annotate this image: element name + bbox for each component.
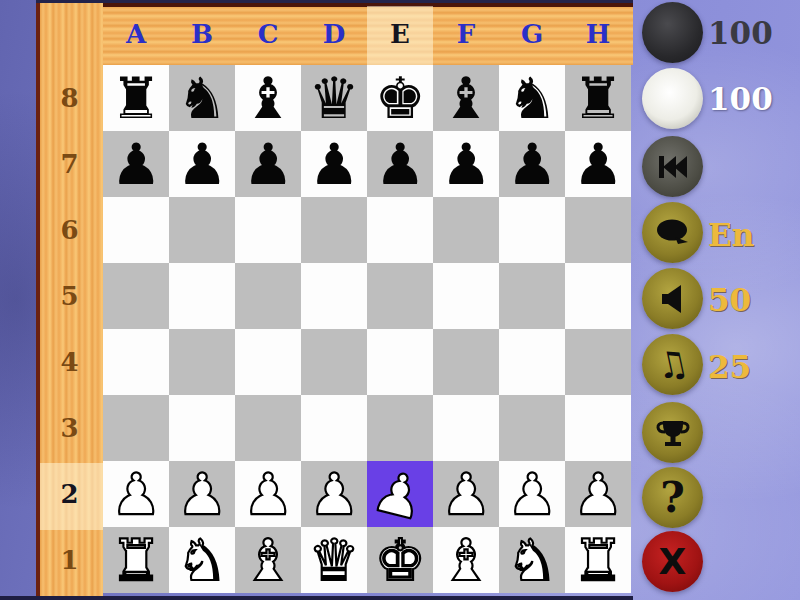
square-f7[interactable]: ♟ (433, 131, 499, 197)
piece-br-h8[interactable]: ♜ (572, 65, 623, 131)
piece-wq-d1[interactable]: ♛ (308, 527, 359, 593)
rank-label-8: 8 (36, 65, 103, 131)
square-a8[interactable]: ♜ (103, 65, 169, 131)
square-b2[interactable]: ♟ (169, 461, 235, 527)
square-h5[interactable] (565, 263, 631, 329)
rewind-icon (653, 147, 693, 187)
piece-wb-f1[interactable]: ♝ (440, 527, 491, 593)
square-a1[interactable]: ♜ (103, 527, 169, 593)
piece-wb-c1[interactable]: ♝ (242, 527, 293, 593)
square-f6[interactable] (433, 197, 499, 263)
file-label-b: B (169, 3, 235, 65)
music-button[interactable]: ♫ (642, 334, 703, 395)
trophy-icon (652, 412, 694, 454)
square-g2[interactable]: ♟ (499, 461, 565, 527)
square-a3[interactable] (103, 395, 169, 461)
square-h8[interactable]: ♜ (565, 65, 631, 131)
white-player-button[interactable] (642, 68, 703, 129)
speaker-icon (653, 279, 693, 319)
language-button[interactable] (642, 202, 703, 263)
music-volume-label: 25 (708, 352, 751, 383)
square-e3[interactable] (367, 395, 433, 461)
square-d1[interactable]: ♛ (301, 527, 367, 593)
square-h4[interactable] (565, 329, 631, 395)
square-f2[interactable]: ♟ (433, 461, 499, 527)
square-c2[interactable]: ♟ (235, 461, 301, 527)
rank-label-7: 7 (36, 131, 103, 197)
rank-labels: 8 7 6 5 4 3 2 1 (36, 65, 103, 593)
file-label-a: A (103, 3, 169, 65)
square-c8[interactable]: ♝ (235, 65, 301, 131)
square-g3[interactable] (499, 395, 565, 461)
square-d5[interactable] (301, 263, 367, 329)
square-e6[interactable] (367, 197, 433, 263)
file-label-d: D (301, 3, 367, 65)
piece-wk-e1[interactable]: ♚ (374, 527, 425, 593)
square-d3[interactable] (301, 395, 367, 461)
piece-wp-d2[interactable]: ♟ (308, 461, 359, 527)
rank-label-1: 1 (36, 527, 103, 593)
square-c1[interactable]: ♝ (235, 527, 301, 593)
square-f4[interactable] (433, 329, 499, 395)
black-score-label: 100 (708, 18, 773, 49)
piece-bb-c8[interactable]: ♝ (242, 65, 293, 131)
square-e2[interactable]: ♟ (367, 461, 433, 527)
file-label-g: G (499, 3, 565, 65)
square-e8[interactable]: ♚ (367, 65, 433, 131)
piece-bp-b7[interactable]: ♟ (176, 131, 227, 197)
piece-wp-f2[interactable]: ♟ (440, 461, 491, 527)
square-e5[interactable] (367, 263, 433, 329)
square-f5[interactable] (433, 263, 499, 329)
square-c5[interactable] (235, 263, 301, 329)
black-player-button[interactable] (642, 2, 703, 63)
square-h1[interactable]: ♜ (565, 527, 631, 593)
square-g1[interactable]: ♞ (499, 527, 565, 593)
piece-bp-g7[interactable]: ♟ (506, 131, 557, 197)
white-score-label: 100 (708, 84, 773, 115)
square-b7[interactable]: ♟ (169, 131, 235, 197)
music-note-icon: ♫ (652, 341, 692, 388)
file-label-h: H (565, 3, 631, 65)
square-f3[interactable] (433, 395, 499, 461)
square-b5[interactable] (169, 263, 235, 329)
exit-button[interactable]: X (642, 531, 703, 592)
chess-board[interactable]: ♜♞♝♛♚♝♞♜♟♟♟♟♟♟♟♟♟♟♟♟♟♟♟♟♜♞♝♛♚♝♞♜ (103, 65, 631, 593)
piece-bp-d7[interactable]: ♟ (308, 131, 359, 197)
square-e4[interactable] (367, 329, 433, 395)
square-b3[interactable] (169, 395, 235, 461)
square-g5[interactable] (499, 263, 565, 329)
help-button[interactable]: ? (642, 467, 703, 528)
piece-wp-a2[interactable]: ♟ (110, 461, 161, 527)
square-e1[interactable]: ♚ (367, 527, 433, 593)
square-f1[interactable]: ♝ (433, 527, 499, 593)
square-b6[interactable] (169, 197, 235, 263)
rank-label-6: 6 (36, 197, 103, 263)
piece-bp-f7[interactable]: ♟ (440, 131, 491, 197)
square-c3[interactable] (235, 395, 301, 461)
square-b4[interactable] (169, 329, 235, 395)
volume-label: 50 (708, 285, 751, 316)
piece-wp-e2[interactable]: ♟ (367, 456, 433, 532)
file-label-e: E (367, 3, 433, 65)
piece-bq-d8[interactable]: ♛ (308, 65, 359, 131)
piece-wp-g2[interactable]: ♟ (506, 461, 557, 527)
square-a2[interactable]: ♟ (103, 461, 169, 527)
piece-wn-g1[interactable]: ♞ (506, 527, 557, 593)
square-g4[interactable] (499, 329, 565, 395)
question-icon: ? (660, 477, 685, 519)
square-c6[interactable] (235, 197, 301, 263)
speech-bubble-icon (651, 211, 695, 255)
square-e7[interactable]: ♟ (367, 131, 433, 197)
piece-bn-b8[interactable]: ♞ (176, 65, 227, 131)
piece-bp-a7[interactable]: ♟ (110, 131, 161, 197)
piece-wp-c2[interactable]: ♟ (242, 461, 293, 527)
square-d7[interactable]: ♟ (301, 131, 367, 197)
piece-wr-a1[interactable]: ♜ (110, 527, 161, 593)
file-labels: A B C D E F G H (103, 3, 631, 65)
square-d6[interactable] (301, 197, 367, 263)
square-g7[interactable]: ♟ (499, 131, 565, 197)
piece-bp-c7[interactable]: ♟ (242, 131, 293, 197)
square-h6[interactable] (565, 197, 631, 263)
rank-label-5: 5 (36, 263, 103, 329)
square-d8[interactable]: ♛ (301, 65, 367, 131)
piece-wn-b1[interactable]: ♞ (176, 527, 227, 593)
rewind-button[interactable] (642, 136, 703, 197)
square-g8[interactable]: ♞ (499, 65, 565, 131)
piece-bk-e8[interactable]: ♚ (374, 65, 425, 131)
square-d4[interactable] (301, 329, 367, 395)
square-a7[interactable]: ♟ (103, 131, 169, 197)
file-label-c: C (235, 3, 301, 65)
file-label-f: F (433, 3, 499, 65)
piece-bp-e7[interactable]: ♟ (374, 131, 425, 197)
square-b1[interactable]: ♞ (169, 527, 235, 593)
volume-button[interactable] (642, 268, 703, 329)
piece-wr-h1[interactable]: ♜ (572, 527, 623, 593)
rank-label-3: 3 (36, 395, 103, 461)
piece-bn-g8[interactable]: ♞ (506, 65, 557, 131)
language-label: En (708, 220, 754, 251)
square-c4[interactable] (235, 329, 301, 395)
piece-wp-b2[interactable]: ♟ (176, 461, 227, 527)
square-f8[interactable]: ♝ (433, 65, 499, 131)
close-icon: X (659, 544, 687, 580)
trophy-button[interactable] (642, 402, 703, 463)
square-a4[interactable] (103, 329, 169, 395)
square-a6[interactable] (103, 197, 169, 263)
rank-label-4: 4 (36, 329, 103, 395)
piece-br-a8[interactable]: ♜ (110, 65, 161, 131)
window-bottom-edge (0, 596, 633, 600)
square-h3[interactable] (565, 395, 631, 461)
square-a5[interactable] (103, 263, 169, 329)
rank-label-2: 2 (36, 461, 103, 527)
square-c7[interactable]: ♟ (235, 131, 301, 197)
piece-wp-h2[interactable]: ♟ (572, 461, 623, 527)
square-b8[interactable]: ♞ (169, 65, 235, 131)
square-g6[interactable] (499, 197, 565, 263)
square-h2[interactable]: ♟ (565, 461, 631, 527)
square-h7[interactable]: ♟ (565, 131, 631, 197)
piece-bp-h7[interactable]: ♟ (572, 131, 623, 197)
square-d2[interactable]: ♟ (301, 461, 367, 527)
piece-bb-f8[interactable]: ♝ (440, 65, 491, 131)
